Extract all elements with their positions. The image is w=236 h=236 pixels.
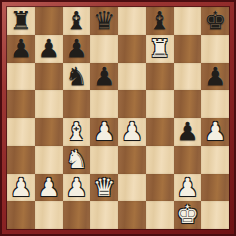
piece-white-queen[interactable]: ♛ xyxy=(93,174,115,202)
piece-white-pawn[interactable]: ♟ xyxy=(93,118,115,146)
square-h7[interactable] xyxy=(201,35,229,63)
piece-black-bishop[interactable]: ♝ xyxy=(148,7,170,35)
square-b6[interactable] xyxy=(35,63,63,91)
square-d4[interactable]: ♟ xyxy=(90,118,118,146)
square-a6[interactable] xyxy=(7,63,35,91)
square-a2[interactable]: ♟ xyxy=(7,174,35,202)
square-g8[interactable] xyxy=(174,7,202,35)
square-e4[interactable]: ♟ xyxy=(118,118,146,146)
square-h5[interactable] xyxy=(201,90,229,118)
square-a5[interactable] xyxy=(7,90,35,118)
square-e2[interactable] xyxy=(118,174,146,202)
square-c1[interactable] xyxy=(63,201,91,229)
piece-black-rook[interactable]: ♜ xyxy=(10,7,32,35)
piece-white-pawn[interactable]: ♟ xyxy=(121,118,143,146)
square-f4[interactable] xyxy=(146,118,174,146)
piece-black-king[interactable]: ♚ xyxy=(204,7,226,35)
square-h8[interactable]: ♚ xyxy=(201,7,229,35)
square-h1[interactable] xyxy=(201,201,229,229)
square-g3[interactable] xyxy=(174,146,202,174)
square-e6[interactable] xyxy=(118,63,146,91)
piece-white-pawn[interactable]: ♟ xyxy=(65,174,87,202)
square-f1[interactable] xyxy=(146,201,174,229)
piece-white-rook[interactable]: ♜ xyxy=(148,35,170,63)
piece-white-knight[interactable]: ♞ xyxy=(65,146,87,174)
square-c2[interactable]: ♟ xyxy=(63,174,91,202)
square-a4[interactable] xyxy=(7,118,35,146)
square-d3[interactable] xyxy=(90,146,118,174)
square-g7[interactable] xyxy=(174,35,202,63)
square-c8[interactable]: ♝ xyxy=(63,7,91,35)
square-b8[interactable] xyxy=(35,7,63,35)
piece-black-bishop[interactable]: ♝ xyxy=(65,7,87,35)
board-frame: ♜♝♛♝♚♟♟♟♜♞♟♟♝♟♟♟♟♞♟♟♟♛♟♚ xyxy=(0,0,236,236)
piece-white-pawn[interactable]: ♟ xyxy=(176,174,198,202)
square-d8[interactable]: ♛ xyxy=(90,7,118,35)
piece-black-pawn[interactable]: ♟ xyxy=(37,35,59,63)
chess-board: ♜♝♛♝♚♟♟♟♜♞♟♟♝♟♟♟♟♞♟♟♟♛♟♚ xyxy=(7,7,229,229)
square-f5[interactable] xyxy=(146,90,174,118)
square-e7[interactable] xyxy=(118,35,146,63)
square-d5[interactable] xyxy=(90,90,118,118)
square-b3[interactable] xyxy=(35,146,63,174)
piece-black-pawn[interactable]: ♟ xyxy=(10,35,32,63)
square-e5[interactable] xyxy=(118,90,146,118)
square-e3[interactable] xyxy=(118,146,146,174)
square-b5[interactable] xyxy=(35,90,63,118)
square-f7[interactable]: ♜ xyxy=(146,35,174,63)
square-c5[interactable] xyxy=(63,90,91,118)
square-c3[interactable]: ♞ xyxy=(63,146,91,174)
piece-white-king[interactable]: ♚ xyxy=(176,201,198,229)
square-c6[interactable]: ♞ xyxy=(63,63,91,91)
square-b7[interactable]: ♟ xyxy=(35,35,63,63)
square-d1[interactable] xyxy=(90,201,118,229)
square-h4[interactable]: ♟ xyxy=(201,118,229,146)
piece-black-pawn[interactable]: ♟ xyxy=(65,35,87,63)
square-b2[interactable]: ♟ xyxy=(35,174,63,202)
piece-black-knight[interactable]: ♞ xyxy=(65,63,87,91)
square-a8[interactable]: ♜ xyxy=(7,7,35,35)
square-h3[interactable] xyxy=(201,146,229,174)
square-e1[interactable] xyxy=(118,201,146,229)
piece-white-bishop[interactable]: ♝ xyxy=(65,118,87,146)
piece-black-queen[interactable]: ♛ xyxy=(93,7,115,35)
square-f6[interactable] xyxy=(146,63,174,91)
square-g6[interactable] xyxy=(174,63,202,91)
piece-black-pawn[interactable]: ♟ xyxy=(204,63,226,91)
piece-white-pawn[interactable]: ♟ xyxy=(37,174,59,202)
square-d6[interactable]: ♟ xyxy=(90,63,118,91)
square-f3[interactable] xyxy=(146,146,174,174)
square-h2[interactable] xyxy=(201,174,229,202)
square-f8[interactable]: ♝ xyxy=(146,7,174,35)
square-h6[interactable]: ♟ xyxy=(201,63,229,91)
piece-white-pawn[interactable]: ♟ xyxy=(10,174,32,202)
square-g1[interactable]: ♚ xyxy=(174,201,202,229)
square-c7[interactable]: ♟ xyxy=(63,35,91,63)
square-d7[interactable] xyxy=(90,35,118,63)
piece-black-pawn[interactable]: ♟ xyxy=(93,63,115,91)
square-a7[interactable]: ♟ xyxy=(7,35,35,63)
piece-black-pawn[interactable]: ♟ xyxy=(176,118,198,146)
square-d2[interactable]: ♛ xyxy=(90,174,118,202)
square-f2[interactable] xyxy=(146,174,174,202)
square-g5[interactable] xyxy=(174,90,202,118)
square-c4[interactable]: ♝ xyxy=(63,118,91,146)
piece-white-pawn[interactable]: ♟ xyxy=(204,118,226,146)
square-b1[interactable] xyxy=(35,201,63,229)
square-g2[interactable]: ♟ xyxy=(174,174,202,202)
square-e8[interactable] xyxy=(118,7,146,35)
square-a3[interactable] xyxy=(7,146,35,174)
square-g4[interactable]: ♟ xyxy=(174,118,202,146)
square-b4[interactable] xyxy=(35,118,63,146)
square-a1[interactable] xyxy=(7,201,35,229)
